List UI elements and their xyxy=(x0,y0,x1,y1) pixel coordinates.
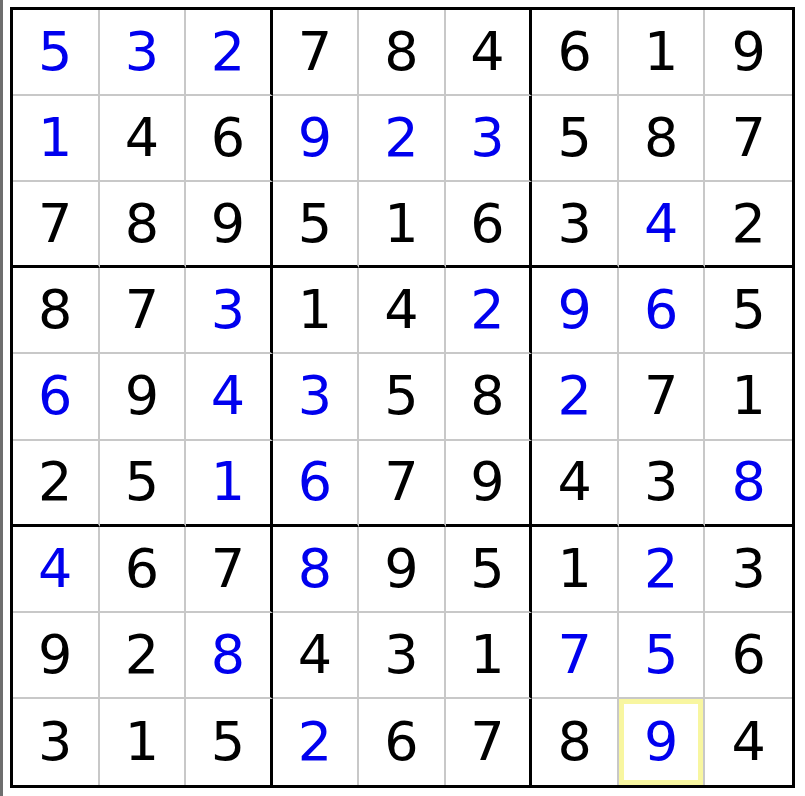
cell-r7c7[interactable]: 1 xyxy=(532,527,619,613)
cell-r7c3[interactable]: 7 xyxy=(186,527,273,613)
cell-r3c4[interactable]: 5 xyxy=(273,182,360,268)
cell-r2c1[interactable]: 1 xyxy=(13,96,100,182)
cell-r7c8[interactable]: 2 xyxy=(619,527,706,613)
cell-r9c7[interactable]: 8 xyxy=(532,699,619,785)
cell-r1c4[interactable]: 7 xyxy=(273,10,360,96)
cell-r4c1[interactable]: 8 xyxy=(13,268,100,354)
cell-r5c1[interactable]: 6 xyxy=(13,354,100,440)
cell-r5c7[interactable]: 2 xyxy=(532,354,619,440)
cell-r2c5[interactable]: 2 xyxy=(359,96,446,182)
cell-r6c5[interactable]: 7 xyxy=(359,441,446,527)
cell-r1c9[interactable]: 9 xyxy=(705,10,792,96)
cell-r1c6[interactable]: 4 xyxy=(446,10,533,96)
cell-r1c2[interactable]: 3 xyxy=(100,10,187,96)
cell-r2c2[interactable]: 4 xyxy=(100,96,187,182)
cell-r4c3[interactable]: 3 xyxy=(186,268,273,354)
cell-r3c7[interactable]: 3 xyxy=(532,182,619,268)
cell-r4c4[interactable]: 1 xyxy=(273,268,360,354)
cell-r1c1[interactable]: 5 xyxy=(13,10,100,96)
cell-r5c4[interactable]: 3 xyxy=(273,354,360,440)
cell-r3c2[interactable]: 8 xyxy=(100,182,187,268)
cell-r7c6[interactable]: 5 xyxy=(446,527,533,613)
cell-r4c9[interactable]: 5 xyxy=(705,268,792,354)
cell-r4c6[interactable]: 2 xyxy=(446,268,533,354)
cell-r6c1[interactable]: 2 xyxy=(13,441,100,527)
cell-r8c3[interactable]: 8 xyxy=(186,613,273,699)
cell-r1c7[interactable]: 6 xyxy=(532,10,619,96)
cell-r7c5[interactable]: 9 xyxy=(359,527,446,613)
cell-r2c4[interactable]: 9 xyxy=(273,96,360,182)
cell-r6c3[interactable]: 1 xyxy=(186,441,273,527)
cell-r3c3[interactable]: 9 xyxy=(186,182,273,268)
cell-r9c5[interactable]: 6 xyxy=(359,699,446,785)
cell-r3c5[interactable]: 1 xyxy=(359,182,446,268)
cell-r3c6[interactable]: 6 xyxy=(446,182,533,268)
cell-r8c1[interactable]: 9 xyxy=(13,613,100,699)
cell-r5c2[interactable]: 9 xyxy=(100,354,187,440)
cell-r8c5[interactable]: 3 xyxy=(359,613,446,699)
cell-r6c7[interactable]: 4 xyxy=(532,441,619,527)
cell-r7c2[interactable]: 6 xyxy=(100,527,187,613)
cell-r8c6[interactable]: 1 xyxy=(446,613,533,699)
cell-r4c8[interactable]: 6 xyxy=(619,268,706,354)
cell-r2c6[interactable]: 3 xyxy=(446,96,533,182)
cell-r5c8[interactable]: 7 xyxy=(619,354,706,440)
cell-r9c8[interactable]: 9 xyxy=(619,699,706,785)
cell-r1c3[interactable]: 2 xyxy=(186,10,273,96)
cell-r4c7[interactable]: 9 xyxy=(532,268,619,354)
cell-r3c1[interactable]: 7 xyxy=(13,182,100,268)
cell-r8c4[interactable]: 4 xyxy=(273,613,360,699)
window-edge xyxy=(0,0,3,796)
cell-r8c2[interactable]: 2 xyxy=(100,613,187,699)
cell-r5c3[interactable]: 4 xyxy=(186,354,273,440)
sudoku-board: 5327846191469235877895163428731429656943… xyxy=(10,7,795,788)
cell-r6c8[interactable]: 3 xyxy=(619,441,706,527)
cell-r5c9[interactable]: 1 xyxy=(705,354,792,440)
cell-r7c1[interactable]: 4 xyxy=(13,527,100,613)
cell-r8c9[interactable]: 6 xyxy=(705,613,792,699)
cell-r2c7[interactable]: 5 xyxy=(532,96,619,182)
cell-r5c5[interactable]: 5 xyxy=(359,354,446,440)
cell-r9c4[interactable]: 2 xyxy=(273,699,360,785)
cell-r1c5[interactable]: 8 xyxy=(359,10,446,96)
cell-r7c4[interactable]: 8 xyxy=(273,527,360,613)
cell-r9c1[interactable]: 3 xyxy=(13,699,100,785)
cell-r9c6[interactable]: 7 xyxy=(446,699,533,785)
cell-r1c8[interactable]: 1 xyxy=(619,10,706,96)
cell-r6c2[interactable]: 5 xyxy=(100,441,187,527)
cell-r4c5[interactable]: 4 xyxy=(359,268,446,354)
cell-r2c8[interactable]: 8 xyxy=(619,96,706,182)
cell-r4c2[interactable]: 7 xyxy=(100,268,187,354)
cell-r6c4[interactable]: 6 xyxy=(273,441,360,527)
cell-r5c6[interactable]: 8 xyxy=(446,354,533,440)
cell-r9c3[interactable]: 5 xyxy=(186,699,273,785)
cell-r8c8[interactable]: 5 xyxy=(619,613,706,699)
cell-r2c3[interactable]: 6 xyxy=(186,96,273,182)
cell-r9c9[interactable]: 4 xyxy=(705,699,792,785)
cell-r2c9[interactable]: 7 xyxy=(705,96,792,182)
cell-r9c2[interactable]: 1 xyxy=(100,699,187,785)
cell-r3c9[interactable]: 2 xyxy=(705,182,792,268)
cell-r6c9[interactable]: 8 xyxy=(705,441,792,527)
cell-r8c7[interactable]: 7 xyxy=(532,613,619,699)
cell-r6c6[interactable]: 9 xyxy=(446,441,533,527)
cell-r3c8[interactable]: 4 xyxy=(619,182,706,268)
cell-r7c9[interactable]: 3 xyxy=(705,527,792,613)
